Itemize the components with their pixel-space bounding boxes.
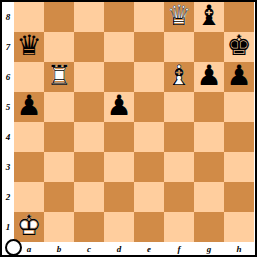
- square-c2[interactable]: [74, 182, 104, 212]
- square-c5[interactable]: [74, 92, 104, 122]
- piece-white-king-a1[interactable]: ♚♔: [14, 212, 44, 242]
- square-g3[interactable]: [194, 152, 224, 182]
- square-g6[interactable]: ♟: [194, 62, 224, 92]
- square-f1[interactable]: [164, 212, 194, 242]
- square-e5[interactable]: [134, 92, 164, 122]
- rank-label-4: 4: [2, 122, 14, 152]
- rank-label-7: 7: [2, 32, 14, 62]
- square-a1[interactable]: ♚♔: [14, 212, 44, 242]
- square-f2[interactable]: [164, 182, 194, 212]
- square-e2[interactable]: [134, 182, 164, 212]
- piece-black-pawn-g6[interactable]: ♟: [194, 62, 224, 92]
- black-pawn-glyph: ♟: [194, 61, 224, 91]
- square-g1[interactable]: [194, 212, 224, 242]
- black-pawn-glyph: ♟: [224, 61, 254, 91]
- rank-label-3: 3: [2, 152, 14, 182]
- square-h1[interactable]: [224, 212, 254, 242]
- square-a8[interactable]: [14, 2, 44, 32]
- square-a7[interactable]: ♛: [14, 32, 44, 62]
- square-h3[interactable]: [224, 152, 254, 182]
- piece-black-queen-a7[interactable]: ♛: [14, 32, 44, 62]
- rank-label-2: 2: [2, 182, 14, 212]
- white-to-move-indicator: [5, 239, 22, 256]
- chess-diagram: ♛♕♝♛♚♜♖♝♗♟♟♟♟♚♔ 87654321 abcdefgh: [0, 0, 257, 257]
- square-a2[interactable]: [14, 182, 44, 212]
- square-g8[interactable]: ♝: [194, 2, 224, 32]
- square-f8[interactable]: ♛♕: [164, 2, 194, 32]
- square-f5[interactable]: [164, 92, 194, 122]
- square-b1[interactable]: [44, 212, 74, 242]
- square-c7[interactable]: [74, 32, 104, 62]
- square-b6[interactable]: ♜♖: [44, 62, 74, 92]
- piece-black-pawn-h6[interactable]: ♟: [224, 62, 254, 92]
- square-c6[interactable]: [74, 62, 104, 92]
- square-e3[interactable]: [134, 152, 164, 182]
- square-b4[interactable]: [44, 122, 74, 152]
- square-f4[interactable]: [164, 122, 194, 152]
- file-label-d: d: [104, 242, 134, 255]
- square-g4[interactable]: [194, 122, 224, 152]
- piece-white-rook-b6[interactable]: ♜♖: [44, 62, 74, 92]
- black-bishop-glyph: ♝: [194, 1, 224, 31]
- square-d1[interactable]: [104, 212, 134, 242]
- square-d7[interactable]: [104, 32, 134, 62]
- square-b3[interactable]: [44, 152, 74, 182]
- square-e1[interactable]: [134, 212, 164, 242]
- square-h2[interactable]: [224, 182, 254, 212]
- file-label-f: f: [164, 242, 194, 255]
- square-d5[interactable]: ♟: [104, 92, 134, 122]
- square-f6[interactable]: ♝♗: [164, 62, 194, 92]
- square-a3[interactable]: [14, 152, 44, 182]
- chess-board: ♛♕♝♛♚♜♖♝♗♟♟♟♟♚♔: [14, 2, 254, 242]
- piece-black-king-h7[interactable]: ♚: [224, 32, 254, 62]
- square-e7[interactable]: [134, 32, 164, 62]
- square-g2[interactable]: [194, 182, 224, 212]
- square-d3[interactable]: [104, 152, 134, 182]
- black-pawn-glyph: ♟: [104, 91, 134, 121]
- rank-label-5: 5: [2, 92, 14, 122]
- rank-label-1: 1: [2, 212, 14, 242]
- square-c1[interactable]: [74, 212, 104, 242]
- square-g5[interactable]: [194, 92, 224, 122]
- file-label-b: b: [44, 242, 74, 255]
- square-c3[interactable]: [74, 152, 104, 182]
- piece-black-pawn-a5[interactable]: ♟: [14, 92, 44, 122]
- piece-white-queen-f8[interactable]: ♛♕: [164, 2, 194, 32]
- square-b7[interactable]: [44, 32, 74, 62]
- square-d2[interactable]: [104, 182, 134, 212]
- square-e8[interactable]: [134, 2, 164, 32]
- square-b5[interactable]: [44, 92, 74, 122]
- black-pawn-glyph: ♟: [14, 91, 44, 121]
- rank-label-8: 8: [2, 2, 14, 32]
- square-d8[interactable]: [104, 2, 134, 32]
- white-queen-glyph: ♕: [164, 1, 194, 31]
- white-rook-glyph: ♖: [44, 61, 74, 91]
- square-d4[interactable]: [104, 122, 134, 152]
- square-d6[interactable]: [104, 62, 134, 92]
- square-a6[interactable]: [14, 62, 44, 92]
- square-b8[interactable]: [44, 2, 74, 32]
- white-king-glyph: ♔: [14, 211, 44, 241]
- square-h4[interactable]: [224, 122, 254, 152]
- square-a4[interactable]: [14, 122, 44, 152]
- file-label-c: c: [74, 242, 104, 255]
- square-c4[interactable]: [74, 122, 104, 152]
- square-a5[interactable]: ♟: [14, 92, 44, 122]
- square-h7[interactable]: ♚: [224, 32, 254, 62]
- file-label-h: h: [224, 242, 254, 255]
- black-queen-glyph: ♛: [14, 31, 44, 61]
- rank-label-6: 6: [2, 62, 14, 92]
- square-c8[interactable]: [74, 2, 104, 32]
- square-f7[interactable]: [164, 32, 194, 62]
- piece-white-bishop-f6[interactable]: ♝♗: [164, 62, 194, 92]
- white-bishop-glyph: ♗: [164, 61, 194, 91]
- black-king-glyph: ♚: [224, 31, 254, 61]
- square-g7[interactable]: [194, 32, 224, 62]
- piece-black-pawn-d5[interactable]: ♟: [104, 92, 134, 122]
- square-h5[interactable]: [224, 92, 254, 122]
- square-b2[interactable]: [44, 182, 74, 212]
- file-label-g: g: [194, 242, 224, 255]
- square-h6[interactable]: ♟: [224, 62, 254, 92]
- file-label-e: e: [134, 242, 164, 255]
- square-h8[interactable]: [224, 2, 254, 32]
- square-f3[interactable]: [164, 152, 194, 182]
- square-e4[interactable]: [134, 122, 164, 152]
- piece-black-bishop-g8[interactable]: ♝: [194, 2, 224, 32]
- square-e6[interactable]: [134, 62, 164, 92]
